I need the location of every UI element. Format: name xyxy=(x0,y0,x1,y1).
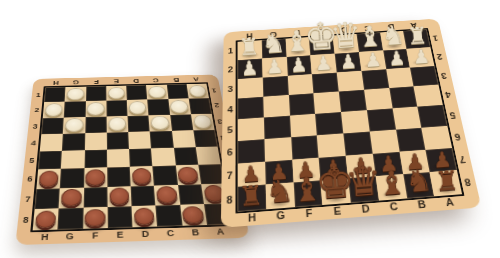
brown-rook-A8[interactable]: ♜ xyxy=(434,168,460,196)
checkers-square-F2[interactable] xyxy=(85,101,106,117)
brown-checker-D8[interactable] xyxy=(134,207,156,225)
chess-square-C2[interactable]: ♟ xyxy=(359,50,386,70)
chess-square-D5[interactable] xyxy=(341,110,369,133)
white-checker-B2[interactable] xyxy=(170,100,189,113)
chess-square-G2[interactable]: ♟ xyxy=(262,57,287,78)
white-pawn-C2[interactable]: ♟ xyxy=(364,50,382,69)
chess-square-H4[interactable] xyxy=(238,97,264,119)
checkers-square-F7[interactable] xyxy=(83,187,107,208)
file-label-D-near: D xyxy=(351,201,381,218)
chess-square-C5[interactable] xyxy=(367,108,396,131)
white-checker-D2[interactable] xyxy=(129,101,147,114)
checkers-square-H3[interactable] xyxy=(41,117,64,134)
white-checker-H2[interactable] xyxy=(45,103,64,116)
checkers-square-E1[interactable] xyxy=(106,86,127,101)
chess-square-D8[interactable]: ♛ xyxy=(348,176,379,202)
white-checker-G1[interactable] xyxy=(67,88,85,101)
chess-square-B3[interactable] xyxy=(386,67,414,88)
checkers-square-F3[interactable] xyxy=(85,116,107,133)
rank-label-5-right: 5 xyxy=(443,104,463,126)
rank-label-7-left: 7 xyxy=(221,163,237,188)
chess-square-D3[interactable] xyxy=(337,71,364,92)
chess-square-G4[interactable] xyxy=(263,95,289,117)
checkers-square-B7[interactable] xyxy=(177,184,203,205)
file-label-E-near: E xyxy=(108,227,133,242)
checkers-square-D6[interactable] xyxy=(130,166,154,186)
file-label-C-near: C xyxy=(157,226,183,241)
chess-square-E2[interactable]: ♟ xyxy=(311,54,337,74)
file-label-H-near: H xyxy=(238,209,267,226)
chess-square-G5[interactable] xyxy=(264,116,291,139)
checkers-square-C6[interactable] xyxy=(153,166,178,186)
chess-square-G8[interactable]: ♞ xyxy=(265,183,294,210)
chess-square-E4[interactable] xyxy=(314,92,341,114)
checkers-square-H1[interactable] xyxy=(44,87,66,102)
rank-label-6-left: 6 xyxy=(222,141,238,165)
white-checker-E3[interactable] xyxy=(108,117,126,131)
chess-square-H6[interactable] xyxy=(238,139,265,163)
checkers-square-C3[interactable] xyxy=(149,115,172,132)
chess-square-H3[interactable] xyxy=(238,77,263,98)
checkers-square-B8[interactable] xyxy=(180,204,207,226)
chess-square-A8[interactable]: ♜ xyxy=(430,170,462,196)
checkers-square-G4[interactable] xyxy=(62,133,85,151)
white-pawn-B2[interactable]: ♟ xyxy=(388,49,406,68)
white-queen-D1[interactable]: ♛ xyxy=(329,18,362,53)
checkers-square-D4[interactable] xyxy=(128,131,151,149)
checkers-square-E5[interactable] xyxy=(107,149,130,168)
checkers-square-F4[interactable] xyxy=(84,133,106,151)
file-label-A-near: A xyxy=(434,194,465,211)
brown-checker-D6[interactable] xyxy=(132,168,152,184)
chess-square-F2[interactable]: ♟ xyxy=(286,55,312,75)
rank-label-4-right: 4 xyxy=(439,84,458,105)
checkers-square-D2[interactable] xyxy=(127,100,149,116)
checkers-square-H4[interactable] xyxy=(40,134,63,152)
rank-label-1-right: 1 xyxy=(427,29,445,48)
checkers-square-F6[interactable] xyxy=(84,168,108,188)
white-pawn-D2[interactable]: ♟ xyxy=(339,52,357,71)
checkers-square-A3[interactable] xyxy=(191,114,215,131)
chess-square-B4[interactable] xyxy=(389,86,418,108)
file-label-B-near: B xyxy=(407,196,437,213)
white-checker-C3[interactable] xyxy=(150,116,169,130)
brown-checker-H8[interactable] xyxy=(35,210,57,229)
chess-square-F5[interactable] xyxy=(290,114,318,137)
chess-square-D2[interactable]: ♟ xyxy=(335,52,362,72)
checkers-square-B4[interactable] xyxy=(171,130,195,148)
chess-square-F4[interactable] xyxy=(288,93,315,115)
chess-square-A3[interactable] xyxy=(410,66,438,87)
checkers-square-D8[interactable] xyxy=(132,205,158,227)
checkers-square-C2[interactable] xyxy=(147,99,169,115)
chess-square-C3[interactable] xyxy=(361,69,389,90)
file-label-E-near: E xyxy=(323,203,353,220)
brown-checker-B8[interactable] xyxy=(182,206,205,224)
chess-square-E3[interactable] xyxy=(312,72,339,93)
checkers-square-B3[interactable] xyxy=(170,114,193,131)
brown-bishop-F8[interactable]: ♝ xyxy=(292,173,324,206)
board-corner xyxy=(462,193,481,209)
checkers-square-G7[interactable] xyxy=(59,187,84,208)
checkers-square-A5[interactable] xyxy=(196,147,221,166)
checkers-square-G8[interactable] xyxy=(58,208,83,230)
rank-label-1-right: 1 xyxy=(206,83,221,98)
white-checker-A1[interactable] xyxy=(188,85,207,98)
file-label-F-near: F xyxy=(294,205,323,222)
board-corner xyxy=(205,74,219,83)
white-checker-A3[interactable] xyxy=(193,115,213,129)
chess-square-C8[interactable]: ♝ xyxy=(376,174,407,200)
chess-square-H5[interactable] xyxy=(238,117,265,140)
rank-label-6-right: 6 xyxy=(447,125,467,148)
checkers-square-B1[interactable] xyxy=(166,84,188,99)
white-checker-G3[interactable] xyxy=(65,118,84,132)
checkers-square-H7[interactable] xyxy=(35,188,60,209)
white-pawn-F2[interactable]: ♟ xyxy=(290,55,309,74)
brown-checker-G7[interactable] xyxy=(61,189,82,207)
checkers-square-E6[interactable] xyxy=(107,167,131,187)
checkers-square-D7[interactable] xyxy=(131,185,156,206)
checkers-square-B2[interactable] xyxy=(168,99,191,115)
file-label-H-near: H xyxy=(31,230,57,245)
chess-board: HGFEDCBA1♜♞♝♚♛♝♞♜12♟♟♟♟♟♟♟♟2334455667♟♟♟… xyxy=(221,19,482,228)
checkers-square-C5[interactable] xyxy=(151,148,175,167)
white-pawn-G2[interactable]: ♟ xyxy=(265,57,284,76)
chess-square-H8[interactable]: ♜ xyxy=(238,185,266,212)
product-photo-stage: HGFEDCBA1122334455667788HGFEDCBA HGFEDCB… xyxy=(0,0,500,258)
chess-square-F3[interactable] xyxy=(287,74,313,95)
board-corner xyxy=(33,79,47,88)
chess-square-B5[interactable] xyxy=(392,107,421,130)
checkers-square-D3[interactable] xyxy=(128,115,150,132)
file-label-G-near: G xyxy=(266,207,295,224)
checkers-square-G6[interactable] xyxy=(60,168,84,188)
rank-label-5-left: 5 xyxy=(222,119,238,142)
checkers-square-D5[interactable] xyxy=(129,148,153,167)
brown-checker-B6[interactable] xyxy=(177,167,198,183)
white-checker-C1[interactable] xyxy=(148,86,166,99)
checkers-square-E4[interactable] xyxy=(107,132,129,150)
checkers-square-C1[interactable] xyxy=(146,85,168,100)
checkers-square-A6[interactable] xyxy=(198,164,224,184)
chess-square-G3[interactable] xyxy=(262,76,288,97)
chess-square-B8[interactable]: ♞ xyxy=(403,172,435,198)
chess-square-G6[interactable] xyxy=(264,137,292,161)
white-checker-E1[interactable] xyxy=(108,87,125,100)
chess-square-H2[interactable]: ♟ xyxy=(238,58,263,79)
board-corner xyxy=(221,212,238,228)
rank-label-1-left: 1 xyxy=(223,42,237,61)
checkers-square-B5[interactable] xyxy=(173,147,198,166)
checkers-square-D1[interactable] xyxy=(126,85,147,100)
checkers-square-G3[interactable] xyxy=(63,117,85,134)
checkers-square-G1[interactable] xyxy=(65,87,86,102)
checkers-square-B6[interactable] xyxy=(175,165,200,185)
chess-square-B2[interactable]: ♟ xyxy=(383,49,410,69)
checkers-square-A4[interactable] xyxy=(193,130,218,148)
checkers-square-F1[interactable] xyxy=(86,86,107,101)
rank-label-3-left: 3 xyxy=(223,79,238,100)
brown-rook-H8[interactable]: ♜ xyxy=(238,183,265,211)
file-label-C-near: C xyxy=(379,199,409,216)
white-pawn-H2[interactable]: ♟ xyxy=(240,58,259,77)
checkers-square-E7[interactable] xyxy=(107,186,131,207)
brown-checker-H6[interactable] xyxy=(38,170,59,187)
checkers-board-surface: HGFEDCBA1122334455667788HGFEDCBA xyxy=(15,74,249,245)
checkers-square-H5[interactable] xyxy=(38,151,62,170)
board-corner xyxy=(15,230,32,245)
brown-checker-F6[interactable] xyxy=(86,169,106,186)
file-label-G-near: G xyxy=(57,229,83,244)
checkers-square-E8[interactable] xyxy=(107,206,132,228)
rank-label-4-left: 4 xyxy=(222,99,237,121)
checkers-square-H6[interactable] xyxy=(36,169,61,189)
checkers-square-F5[interactable] xyxy=(84,150,107,169)
chess-square-F8[interactable]: ♝ xyxy=(293,181,323,208)
rank-label-2-left: 2 xyxy=(223,60,238,80)
checkers-square-A2[interactable] xyxy=(189,98,212,114)
checkers-square-C4[interactable] xyxy=(150,131,174,149)
file-label-F-near: F xyxy=(82,228,107,243)
checkers-square-F8[interactable] xyxy=(83,207,108,229)
checkers-square-C8[interactable] xyxy=(156,205,182,227)
file-label-D-near: D xyxy=(132,227,158,242)
checkers-square-A1[interactable] xyxy=(186,84,209,99)
checkers-square-G2[interactable] xyxy=(64,101,86,117)
chess-square-D4[interactable] xyxy=(339,90,367,112)
white-pawn-A2[interactable]: ♟ xyxy=(412,47,430,66)
brown-checker-E7[interactable] xyxy=(109,188,129,205)
checkers-board: HGFEDCBA1122334455667788HGFEDCBA xyxy=(15,74,249,245)
chess-square-A5[interactable] xyxy=(418,105,448,128)
checkers-square-C7[interactable] xyxy=(154,185,180,206)
brown-checker-C7[interactable] xyxy=(156,186,178,203)
chess-square-C4[interactable] xyxy=(364,88,392,110)
white-pawn-E2[interactable]: ♟ xyxy=(314,54,332,73)
file-label-B-near: B xyxy=(182,225,209,240)
checkers-square-H8[interactable] xyxy=(33,208,59,230)
white-checker-F2[interactable] xyxy=(87,102,105,115)
checkers-square-G5[interactable] xyxy=(61,150,84,169)
chess-board-surface: HGFEDCBA1♜♞♝♚♛♝♞♜12♟♟♟♟♟♟♟♟2334455667♟♟♟… xyxy=(221,19,482,228)
chess-square-E5[interactable] xyxy=(315,112,343,135)
brown-bishop-C8[interactable]: ♝ xyxy=(376,167,407,200)
rank-label-3-right: 3 xyxy=(434,65,453,85)
brown-knight-G8[interactable]: ♞ xyxy=(264,177,294,208)
brown-knight-B8[interactable]: ♞ xyxy=(405,167,434,198)
rank-label-2-right: 2 xyxy=(430,46,448,65)
chess-square-F6[interactable] xyxy=(291,135,319,159)
brown-checker-F8[interactable] xyxy=(85,209,106,228)
rank-label-4-left: 4 xyxy=(26,134,42,152)
rank-label-8-left: 8 xyxy=(221,187,238,213)
rank-label-3-left: 3 xyxy=(28,118,43,135)
checkers-square-H2[interactable] xyxy=(43,102,65,118)
checkers-square-E2[interactable] xyxy=(106,100,127,116)
checkers-square-E3[interactable] xyxy=(106,116,128,133)
